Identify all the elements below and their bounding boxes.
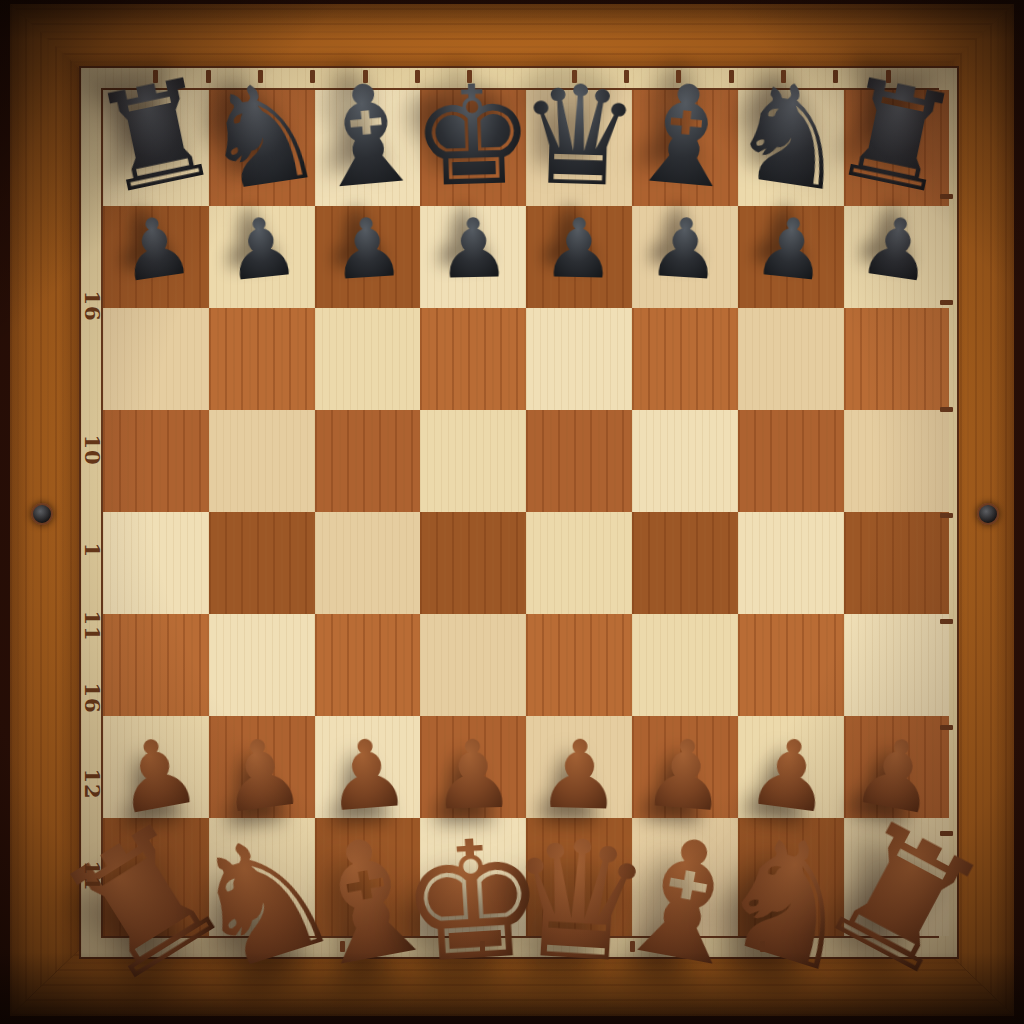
board-square[interactable] [420, 614, 526, 716]
right-screw-icon [977, 503, 999, 525]
board-square[interactable] [103, 308, 209, 410]
board-square[interactable] [315, 614, 421, 716]
board-square[interactable] [315, 308, 421, 410]
board-square[interactable] [315, 512, 421, 614]
piece-black-pawn[interactable]: ♟ [646, 206, 725, 292]
ruler-tick-mark [833, 70, 838, 83]
ruler-tick-mark [310, 70, 315, 83]
rank-label: 11 [80, 611, 105, 631]
board-square[interactable] [526, 308, 632, 410]
board-square[interactable] [103, 512, 209, 614]
board-square[interactable] [315, 410, 421, 512]
board-square[interactable] [632, 614, 738, 716]
board-square[interactable]: ♟ [632, 206, 738, 308]
board-square[interactable] [738, 512, 844, 614]
chessboard-photo: ♜♞♝♚♛♝♞♜♟♟♟♟♟♟♟♟♟♟♟♟♟♟♟♟♜♞♝♚♛♝♞♜ 1610111… [0, 0, 1024, 1024]
board-square[interactable] [738, 614, 844, 716]
piece-black-pawn[interactable]: ♟ [328, 206, 407, 292]
rank-label: 11 [80, 861, 105, 881]
ruler-tick-mark [940, 300, 953, 305]
rank-label: 12 [80, 769, 105, 789]
board-square[interactable]: ♟ [738, 206, 844, 308]
board-square[interactable] [103, 410, 209, 512]
board-square[interactable]: ♞ [209, 90, 315, 206]
board-square[interactable] [632, 512, 738, 614]
piece-black-pawn[interactable]: ♟ [854, 203, 939, 295]
board-square[interactable] [103, 614, 209, 716]
board-square[interactable] [420, 512, 526, 614]
left-screw-icon [31, 503, 53, 525]
ruler-tick-mark [467, 70, 472, 83]
ruler-tick-mark [760, 941, 765, 952]
ruler-tick-mark [206, 70, 211, 83]
board-square[interactable]: ♟ [526, 206, 632, 308]
board-square[interactable]: ♜ [844, 818, 950, 936]
ruler-tick-mark [630, 941, 635, 952]
ruler-tick-mark [781, 70, 786, 83]
ruler-tick-mark [940, 194, 953, 199]
ruler-tick-mark [940, 619, 953, 624]
board-square[interactable] [844, 308, 950, 410]
board-square[interactable] [526, 410, 632, 512]
ruler-tick-mark [480, 941, 485, 952]
board-square[interactable] [420, 410, 526, 512]
board-square[interactable]: ♟ [315, 206, 421, 308]
ruler-tick-mark [363, 70, 368, 83]
piece-black-pawn[interactable]: ♟ [221, 204, 303, 293]
piece-black-pawn[interactable]: ♟ [436, 207, 511, 291]
ruler-tick-mark [886, 70, 891, 83]
board-square[interactable] [209, 614, 315, 716]
piece-black-pawn[interactable]: ♟ [750, 204, 832, 293]
board-square[interactable] [526, 512, 632, 614]
piece-black-pawn[interactable]: ♟ [114, 203, 199, 295]
board-square[interactable] [738, 410, 844, 512]
board-square[interactable] [844, 410, 950, 512]
ruler-tick-mark [153, 70, 158, 83]
board-square[interactable] [209, 410, 315, 512]
board-square[interactable]: ♚ [420, 90, 526, 206]
piece-black-pawn[interactable]: ♟ [541, 207, 616, 291]
ruler-tick-mark [415, 70, 420, 83]
rank-label: 16 [80, 291, 105, 311]
board-square[interactable]: ♟ [103, 206, 209, 308]
board-square[interactable] [526, 614, 632, 716]
rank-label: 1 [80, 543, 105, 563]
ruler-tick-mark [940, 831, 953, 836]
board-square[interactable] [632, 308, 738, 410]
rank-label: 16 [80, 683, 105, 703]
board-square[interactable]: ♟ [209, 206, 315, 308]
ruler-tick-mark [940, 407, 953, 412]
board-square[interactable] [844, 512, 950, 614]
board-square[interactable] [632, 410, 738, 512]
board-square[interactable]: ♝ [315, 90, 421, 206]
ruler-tick-mark [340, 941, 345, 952]
board-square[interactable] [738, 308, 844, 410]
board-square[interactable]: ♟ [420, 206, 526, 308]
ruler-tick-mark [940, 513, 953, 518]
ruler-tick-mark [676, 70, 681, 83]
board-squares: ♜♞♝♚♛♝♞♜♟♟♟♟♟♟♟♟♟♟♟♟♟♟♟♟♜♞♝♚♛♝♞♜ [101, 88, 939, 938]
board-square[interactable] [209, 308, 315, 410]
ruler-tick-mark [258, 70, 263, 83]
ruler-tick-mark [729, 70, 734, 83]
piece-black-rook[interactable]: ♜ [822, 56, 970, 215]
board-square[interactable] [209, 512, 315, 614]
board-square[interactable] [844, 614, 950, 716]
board-square[interactable]: ♟ [844, 206, 950, 308]
board-square[interactable] [420, 308, 526, 410]
ruler-tick-mark [624, 70, 629, 83]
ruler-tick-mark [940, 725, 953, 730]
ruler-tick-mark [572, 70, 577, 83]
board-square[interactable]: ♜ [844, 90, 950, 206]
rank-label: 10 [80, 435, 105, 455]
board-square[interactable]: ♜ [103, 90, 209, 206]
board-square[interactable]: ♛ [526, 90, 632, 206]
board: ♜♞♝♚♛♝♞♜♟♟♟♟♟♟♟♟♟♟♟♟♟♟♟♟♜♞♝♚♛♝♞♜ [79, 66, 959, 959]
